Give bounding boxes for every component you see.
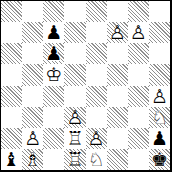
- square-h3[interactable]: ♞♘: [149, 107, 170, 128]
- square-a5[interactable]: [1, 64, 22, 85]
- white-piece-b2: ♙: [22, 128, 43, 149]
- square-e7[interactable]: [86, 22, 107, 43]
- square-c5[interactable]: ♚♔: [43, 64, 64, 85]
- black-piece-h1: ♚: [149, 149, 170, 170]
- white-piece-b1: ♗: [22, 149, 43, 170]
- square-d4[interactable]: [64, 86, 85, 107]
- square-h1[interactable]: ♚: [149, 149, 170, 170]
- square-b4[interactable]: [22, 86, 43, 107]
- square-b5[interactable]: [22, 64, 43, 85]
- square-c8[interactable]: [43, 1, 64, 22]
- black-piece-h2: ♟: [149, 128, 170, 149]
- white-piece-g7: ♙: [128, 22, 149, 43]
- chess-board: ♟♟♙♟♙♟♚♔♟♙♟♙♞♘♟♙♜♖♟♙♟♝♝♗♜♖♞♘♚: [1, 1, 170, 170]
- white-b-piece-fill: ♝: [22, 149, 43, 170]
- square-h7[interactable]: [149, 22, 170, 43]
- square-b1[interactable]: ♝♗: [22, 149, 43, 170]
- white-p-piece-fill: ♟: [128, 22, 149, 43]
- square-a7[interactable]: [1, 22, 22, 43]
- square-h6[interactable]: [149, 43, 170, 64]
- square-d6[interactable]: [64, 43, 85, 64]
- square-d1[interactable]: ♜♖: [64, 149, 85, 170]
- white-p-piece-fill: ♟: [22, 128, 43, 149]
- square-g4[interactable]: [128, 86, 149, 107]
- square-d2[interactable]: ♜♖: [64, 128, 85, 149]
- square-g5[interactable]: [128, 64, 149, 85]
- square-c1[interactable]: [43, 149, 64, 170]
- square-d5[interactable]: [64, 64, 85, 85]
- square-a3[interactable]: [1, 107, 22, 128]
- square-h2[interactable]: ♟: [149, 128, 170, 149]
- white-p-piece-fill: ♟: [64, 107, 85, 128]
- square-b2[interactable]: ♟♙: [22, 128, 43, 149]
- square-c2[interactable]: [43, 128, 64, 149]
- white-p-piece-fill: ♟: [149, 86, 170, 107]
- square-e4[interactable]: [86, 86, 107, 107]
- white-piece-f7: ♙: [107, 22, 128, 43]
- square-c3[interactable]: [43, 107, 64, 128]
- white-piece-d2: ♖: [64, 128, 85, 149]
- white-n-piece-fill: ♞: [149, 107, 170, 128]
- square-d7[interactable]: [64, 22, 85, 43]
- square-f3[interactable]: [107, 107, 128, 128]
- square-g1[interactable]: [128, 149, 149, 170]
- white-p-piece-fill: ♟: [107, 22, 128, 43]
- white-p-piece-fill: ♟: [86, 128, 107, 149]
- square-c6[interactable]: ♟: [43, 43, 64, 64]
- white-piece-e1: ♘: [86, 149, 107, 170]
- square-a4[interactable]: [1, 86, 22, 107]
- white-r-piece-fill: ♜: [64, 149, 85, 170]
- square-f8[interactable]: [107, 1, 128, 22]
- square-h5[interactable]: [149, 64, 170, 85]
- square-a8[interactable]: [1, 1, 22, 22]
- square-b7[interactable]: [22, 22, 43, 43]
- square-e6[interactable]: [86, 43, 107, 64]
- square-g3[interactable]: [128, 107, 149, 128]
- white-n-piece-fill: ♞: [86, 149, 107, 170]
- square-e2[interactable]: ♟♙: [86, 128, 107, 149]
- black-piece-c6: ♟: [43, 43, 64, 64]
- square-d3[interactable]: ♟♙: [64, 107, 85, 128]
- square-g6[interactable]: [128, 43, 149, 64]
- square-e8[interactable]: [86, 1, 107, 22]
- square-f6[interactable]: [107, 43, 128, 64]
- square-e5[interactable]: [86, 64, 107, 85]
- square-e1[interactable]: ♞♘: [86, 149, 107, 170]
- black-piece-a1: ♝: [1, 149, 22, 170]
- square-a2[interactable]: [1, 128, 22, 149]
- white-piece-h4: ♙: [149, 86, 170, 107]
- square-f7[interactable]: ♟♙: [107, 22, 128, 43]
- square-g7[interactable]: ♟♙: [128, 22, 149, 43]
- white-piece-c5: ♔: [43, 64, 64, 85]
- white-r-piece-fill: ♜: [64, 128, 85, 149]
- square-g8[interactable]: [128, 1, 149, 22]
- square-a6[interactable]: [1, 43, 22, 64]
- square-d8[interactable]: [64, 1, 85, 22]
- black-piece-c7: ♟: [43, 22, 64, 43]
- square-h4[interactable]: ♟♙: [149, 86, 170, 107]
- square-a1[interactable]: ♝: [1, 149, 22, 170]
- square-f5[interactable]: [107, 64, 128, 85]
- square-c7[interactable]: ♟: [43, 22, 64, 43]
- square-g2[interactable]: [128, 128, 149, 149]
- square-f1[interactable]: [107, 149, 128, 170]
- square-b8[interactable]: [22, 1, 43, 22]
- square-b3[interactable]: [22, 107, 43, 128]
- square-f2[interactable]: [107, 128, 128, 149]
- white-piece-d1: ♖: [64, 149, 85, 170]
- square-b6[interactable]: [22, 43, 43, 64]
- white-piece-d3: ♙: [64, 107, 85, 128]
- white-piece-e2: ♙: [86, 128, 107, 149]
- square-e3[interactable]: [86, 107, 107, 128]
- white-k-piece-fill: ♚: [43, 64, 64, 85]
- square-h8[interactable]: [149, 1, 170, 22]
- square-c4[interactable]: [43, 86, 64, 107]
- chess-board-frame: ♟♟♙♟♙♟♚♔♟♙♟♙♞♘♟♙♜♖♟♙♟♝♝♗♜♖♞♘♚: [0, 0, 172, 172]
- square-f4[interactable]: [107, 86, 128, 107]
- white-piece-h3: ♘: [149, 107, 170, 128]
